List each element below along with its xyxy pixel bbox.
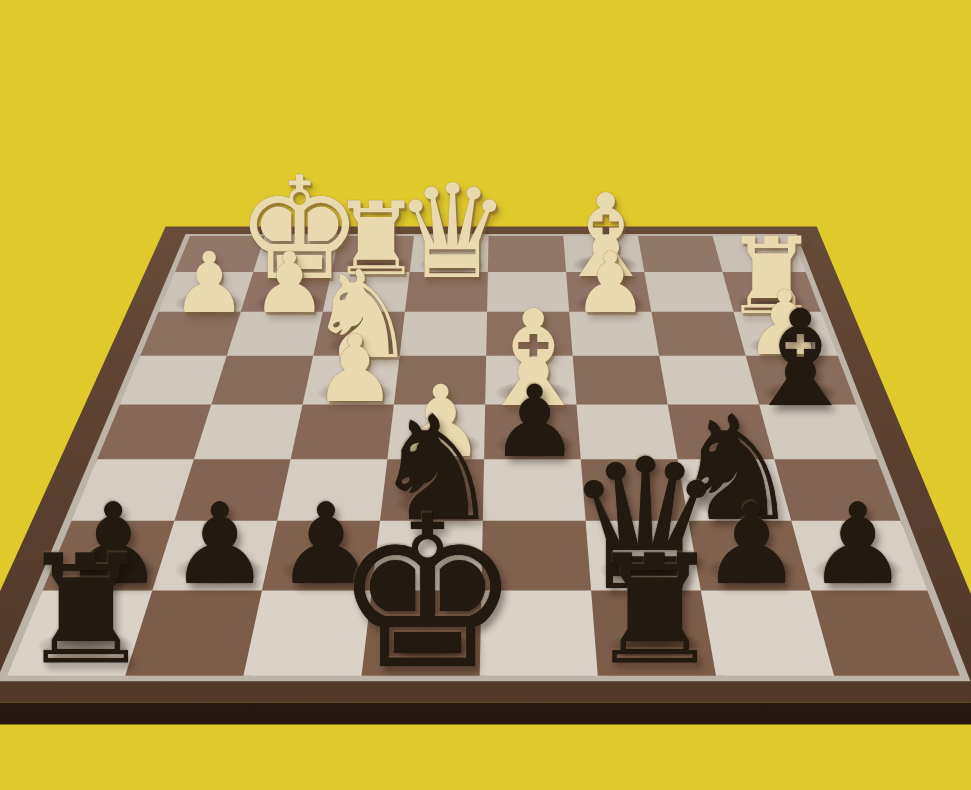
piece-black-rook-c8[interactable]: ♜	[588, 535, 722, 685]
piece-white-pawn-h2[interactable]: ♟	[171, 241, 246, 325]
piece-black-rook-h8[interactable]: ♜	[19, 535, 153, 685]
piece-black-pawn-g7[interactable]: ♟	[169, 488, 269, 600]
piece-black-pawn-a7[interactable]: ♟	[808, 488, 908, 600]
piece-black-king-e8[interactable]: ♚	[333, 489, 521, 699]
chess-board: ♚♜♛♝♟♟♟♜♞♟♟♝♝♟♟♞♞♟♟♟♛♟♟♜♚♜	[0, 0, 971, 790]
scene-background: ♚♜♛♝♟♟♟♜♞♟♟♝♝♟♟♞♞♟♟♟♛♟♟♜♚♜	[0, 0, 971, 790]
